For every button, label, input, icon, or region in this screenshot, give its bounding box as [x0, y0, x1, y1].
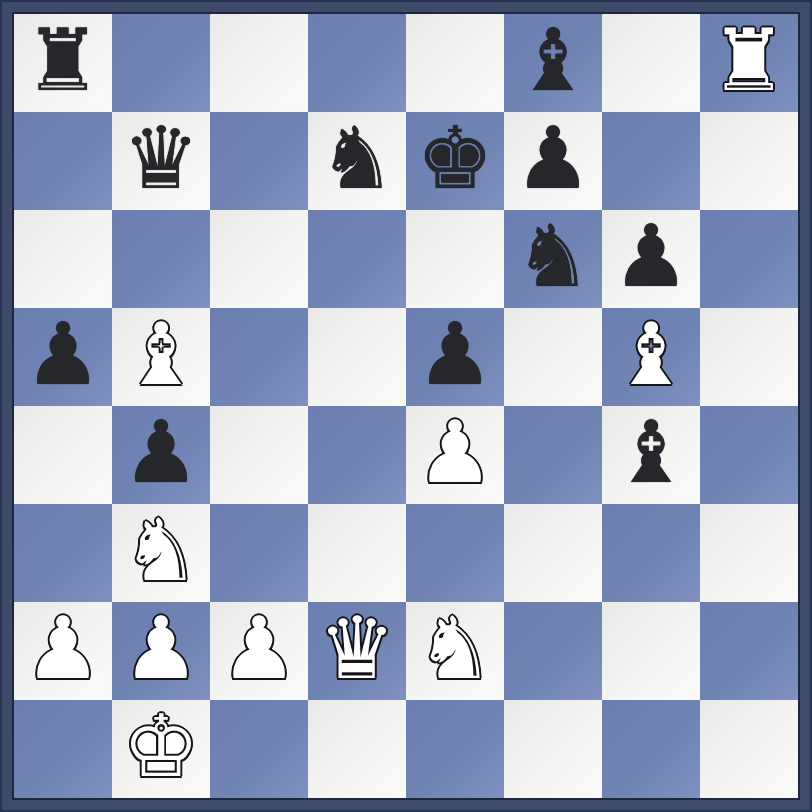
square-h2[interactable]: [700, 602, 798, 700]
square-h6[interactable]: [700, 210, 798, 308]
piece-white-pawn[interactable]: ♟: [122, 602, 199, 697]
piece-black-queen[interactable]: ♛: [122, 112, 199, 207]
square-e4[interactable]: ♟: [406, 406, 504, 504]
piece-black-rook[interactable]: ♜: [24, 14, 101, 109]
square-f6[interactable]: ♞: [504, 210, 602, 308]
piece-black-bishop[interactable]: ♝: [612, 406, 689, 501]
square-h1[interactable]: [700, 700, 798, 798]
square-h7[interactable]: [700, 112, 798, 210]
square-b8[interactable]: [112, 14, 210, 112]
piece-black-pawn[interactable]: ♟: [612, 210, 689, 305]
square-f7[interactable]: ♟: [504, 112, 602, 210]
square-h5[interactable]: [700, 308, 798, 406]
square-g4[interactable]: ♝: [602, 406, 700, 504]
square-a5[interactable]: ♟: [14, 308, 112, 406]
square-e8[interactable]: [406, 14, 504, 112]
square-e1[interactable]: [406, 700, 504, 798]
square-e7[interactable]: ♚: [406, 112, 504, 210]
piece-black-pawn[interactable]: ♟: [122, 406, 199, 501]
square-d4[interactable]: [308, 406, 406, 504]
square-a2[interactable]: ♟: [14, 602, 112, 700]
square-h3[interactable]: [700, 504, 798, 602]
piece-white-pawn[interactable]: ♟: [416, 406, 493, 501]
piece-black-bishop[interactable]: ♝: [514, 14, 591, 109]
square-h4[interactable]: [700, 406, 798, 504]
square-c2[interactable]: ♟: [210, 602, 308, 700]
square-d5[interactable]: [308, 308, 406, 406]
square-c1[interactable]: [210, 700, 308, 798]
piece-white-queen[interactable]: ♛: [318, 602, 395, 697]
piece-black-knight[interactable]: ♞: [514, 210, 591, 305]
chess-board-frame: ♜♝♜♛♞♚♟♞♟♟♝♟♝♟♟♝♞♟♟♟♛♞♚: [0, 0, 812, 812]
square-c8[interactable]: [210, 14, 308, 112]
piece-white-king[interactable]: ♚: [122, 700, 199, 795]
square-g1[interactable]: [602, 700, 700, 798]
square-f1[interactable]: [504, 700, 602, 798]
square-f4[interactable]: [504, 406, 602, 504]
square-b6[interactable]: [112, 210, 210, 308]
piece-black-king[interactable]: ♚: [416, 112, 493, 207]
square-a3[interactable]: [14, 504, 112, 602]
square-b2[interactable]: ♟: [112, 602, 210, 700]
piece-white-bishop[interactable]: ♝: [122, 308, 199, 403]
square-b3[interactable]: ♞: [112, 504, 210, 602]
square-d7[interactable]: ♞: [308, 112, 406, 210]
square-d6[interactable]: [308, 210, 406, 308]
square-d8[interactable]: [308, 14, 406, 112]
square-e6[interactable]: [406, 210, 504, 308]
square-f5[interactable]: [504, 308, 602, 406]
piece-white-knight[interactable]: ♞: [122, 504, 199, 599]
square-d3[interactable]: [308, 504, 406, 602]
piece-black-pawn[interactable]: ♟: [416, 308, 493, 403]
piece-white-knight[interactable]: ♞: [416, 602, 493, 697]
piece-white-rook[interactable]: ♜: [710, 14, 787, 109]
square-g8[interactable]: [602, 14, 700, 112]
chess-board: ♜♝♜♛♞♚♟♞♟♟♝♟♝♟♟♝♞♟♟♟♛♞♚: [14, 14, 798, 798]
square-e3[interactable]: [406, 504, 504, 602]
square-c6[interactable]: [210, 210, 308, 308]
square-d1[interactable]: [308, 700, 406, 798]
square-a4[interactable]: [14, 406, 112, 504]
square-g6[interactable]: ♟: [602, 210, 700, 308]
square-h8[interactable]: ♜: [700, 14, 798, 112]
square-f2[interactable]: [504, 602, 602, 700]
piece-white-pawn[interactable]: ♟: [24, 602, 101, 697]
piece-white-bishop[interactable]: ♝: [612, 308, 689, 403]
square-c4[interactable]: [210, 406, 308, 504]
square-f3[interactable]: [504, 504, 602, 602]
square-a7[interactable]: [14, 112, 112, 210]
piece-white-pawn[interactable]: ♟: [220, 602, 297, 697]
square-e2[interactable]: ♞: [406, 602, 504, 700]
square-b7[interactable]: ♛: [112, 112, 210, 210]
square-c5[interactable]: [210, 308, 308, 406]
piece-black-pawn[interactable]: ♟: [24, 308, 101, 403]
square-g5[interactable]: ♝: [602, 308, 700, 406]
square-c3[interactable]: [210, 504, 308, 602]
square-g3[interactable]: [602, 504, 700, 602]
square-a1[interactable]: [14, 700, 112, 798]
square-a8[interactable]: ♜: [14, 14, 112, 112]
square-c7[interactable]: [210, 112, 308, 210]
square-b1[interactable]: ♚: [112, 700, 210, 798]
square-e5[interactable]: ♟: [406, 308, 504, 406]
square-g7[interactable]: [602, 112, 700, 210]
square-g2[interactable]: [602, 602, 700, 700]
piece-black-pawn[interactable]: ♟: [514, 112, 591, 207]
square-d2[interactable]: ♛: [308, 602, 406, 700]
square-b4[interactable]: ♟: [112, 406, 210, 504]
piece-black-knight[interactable]: ♞: [318, 112, 395, 207]
square-f8[interactable]: ♝: [504, 14, 602, 112]
square-b5[interactable]: ♝: [112, 308, 210, 406]
square-a6[interactable]: [14, 210, 112, 308]
